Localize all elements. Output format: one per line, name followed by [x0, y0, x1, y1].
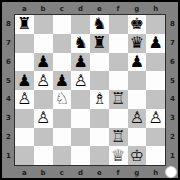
white-king-g1[interactable]: ♔	[130, 147, 144, 163]
white-queen-f1[interactable]: ♕	[111, 147, 125, 163]
square-d2[interactable]	[71, 128, 90, 147]
file-label-b: b	[34, 167, 53, 178]
square-g4[interactable]	[128, 90, 147, 109]
square-e1[interactable]	[90, 146, 109, 165]
file-label-g: g	[128, 167, 147, 178]
square-b2[interactable]	[34, 128, 53, 147]
square-a1[interactable]	[15, 146, 34, 165]
square-a6[interactable]	[15, 53, 34, 72]
square-g3[interactable]: ♙	[128, 109, 147, 128]
square-a7[interactable]	[15, 34, 34, 53]
file-label-e: e	[90, 167, 109, 178]
white-to-move-indicator	[165, 166, 177, 178]
square-e3[interactable]	[90, 109, 109, 128]
black-rook-a8[interactable]: ♜	[17, 16, 31, 32]
rank-label-8: 8	[3, 15, 14, 34]
square-a4[interactable]: ♙	[15, 90, 34, 109]
rank-label-8: 8	[167, 15, 178, 34]
square-a3[interactable]	[15, 109, 34, 128]
square-h3[interactable]: ♙	[146, 109, 165, 128]
rank-labels-left: 87654321	[3, 15, 14, 165]
square-f6[interactable]	[109, 53, 128, 72]
square-b4[interactable]	[34, 90, 53, 109]
rank-label-2: 2	[3, 128, 14, 147]
file-label-c: c	[53, 3, 72, 14]
white-pawn-b3[interactable]: ♙	[36, 110, 50, 126]
file-label-h: h	[146, 167, 165, 178]
square-b3[interactable]: ♙	[34, 109, 53, 128]
white-bishop-e4[interactable]: ♗	[92, 91, 106, 107]
file-labels-top: abcdefgh	[15, 3, 165, 14]
black-pawn-c5[interactable]: ♟	[55, 72, 69, 88]
file-label-h: h	[146, 3, 165, 14]
white-pawn-a4[interactable]: ♙	[17, 91, 31, 107]
file-label-e: e	[90, 3, 109, 14]
square-d8[interactable]	[71, 15, 90, 34]
square-g8[interactable]: ♚	[128, 15, 147, 34]
square-d6[interactable]: ♟	[71, 53, 90, 72]
square-b1[interactable]	[34, 146, 53, 165]
square-g6[interactable]: ♟	[128, 53, 147, 72]
rank-label-6: 6	[3, 53, 14, 72]
square-d7[interactable]: ♞	[71, 34, 90, 53]
file-label-b: b	[34, 3, 53, 14]
square-d1[interactable]	[71, 146, 90, 165]
black-pawn-d6[interactable]: ♟	[73, 53, 87, 69]
square-c8[interactable]	[53, 15, 72, 34]
square-a8[interactable]: ♜	[15, 15, 34, 34]
black-pawn-a5[interactable]: ♟	[17, 72, 31, 88]
square-c7[interactable]	[53, 34, 72, 53]
black-knight-e8[interactable]: ♞	[92, 16, 106, 32]
file-label-g: g	[128, 3, 147, 14]
square-g2[interactable]	[128, 128, 147, 147]
white-rook-f4[interactable]: ♖	[111, 91, 125, 107]
rank-label-4: 4	[167, 90, 178, 109]
square-d4[interactable]	[71, 90, 90, 109]
square-f8[interactable]	[109, 15, 128, 34]
square-d3[interactable]	[71, 109, 90, 128]
square-a2[interactable]	[15, 128, 34, 147]
square-g5[interactable]	[128, 71, 147, 90]
rank-label-7: 7	[3, 34, 14, 53]
black-pawn-h7[interactable]: ♟	[148, 35, 162, 51]
square-a5[interactable]: ♟	[15, 71, 34, 90]
square-e6[interactable]	[90, 53, 109, 72]
rank-label-3: 3	[3, 109, 14, 128]
file-label-c: c	[53, 167, 72, 178]
square-e8[interactable]: ♞	[90, 15, 109, 34]
file-label-a: a	[15, 167, 34, 178]
square-f7[interactable]	[109, 34, 128, 53]
rank-label-5: 5	[3, 71, 14, 90]
square-c1[interactable]	[53, 146, 72, 165]
square-e5[interactable]	[90, 71, 109, 90]
rank-label-3: 3	[167, 109, 178, 128]
rank-label-6: 6	[167, 53, 178, 72]
square-h1[interactable]	[146, 146, 165, 165]
square-b5[interactable]: ♙	[34, 71, 53, 90]
file-labels-bottom: abcdefgh	[15, 167, 165, 178]
black-rook-e7[interactable]: ♜	[92, 35, 106, 51]
square-b6[interactable]: ♟	[34, 53, 53, 72]
rank-label-2: 2	[167, 128, 178, 147]
chessboard: ♜♞♚♞♜♛♟♟♟♟♟♙♟♙♙♘♗♖♙♙♙♖♕♔	[14, 14, 166, 166]
rank-labels-right: 87654321	[167, 15, 178, 165]
square-h2[interactable]	[146, 128, 165, 147]
black-pawn-b6[interactable]: ♟	[36, 53, 50, 69]
square-c4[interactable]: ♘	[53, 90, 72, 109]
square-f2[interactable]: ♖	[109, 128, 128, 147]
file-label-a: a	[15, 3, 34, 14]
file-label-f: f	[109, 3, 128, 14]
square-f3[interactable]	[109, 109, 128, 128]
black-pawn-g6[interactable]: ♟	[130, 53, 144, 69]
rank-label-5: 5	[167, 71, 178, 90]
square-e4[interactable]: ♗	[90, 90, 109, 109]
square-h7[interactable]: ♟	[146, 34, 165, 53]
square-g7[interactable]: ♛	[128, 34, 147, 53]
rank-label-7: 7	[167, 34, 178, 53]
square-f1[interactable]: ♕	[109, 146, 128, 165]
square-h5[interactable]	[146, 71, 165, 90]
rank-label-1: 1	[3, 146, 14, 165]
square-c3[interactable]	[53, 109, 72, 128]
file-label-d: d	[71, 167, 90, 178]
square-d5[interactable]: ♙	[71, 71, 90, 90]
square-g1[interactable]: ♔	[128, 146, 147, 165]
square-c2[interactable]	[53, 128, 72, 147]
rank-label-1: 1	[167, 146, 178, 165]
white-pawn-d5[interactable]: ♙	[73, 72, 87, 88]
square-b7[interactable]	[34, 34, 53, 53]
square-e2[interactable]	[90, 128, 109, 147]
square-b8[interactable]	[34, 15, 53, 34]
black-knight-d7[interactable]: ♞	[73, 35, 87, 51]
white-rook-f2[interactable]: ♖	[111, 128, 125, 144]
square-e7[interactable]: ♜	[90, 34, 109, 53]
square-h8[interactable]	[146, 15, 165, 34]
black-queen-g7[interactable]: ♛	[130, 35, 144, 51]
rank-label-4: 4	[3, 90, 14, 109]
white-pawn-b5[interactable]: ♙	[36, 72, 50, 88]
square-f4[interactable]: ♖	[109, 90, 128, 109]
file-label-d: d	[71, 3, 90, 14]
white-pawn-h3[interactable]: ♙	[148, 110, 162, 126]
black-king-g8[interactable]: ♚	[130, 16, 144, 32]
square-c5[interactable]: ♟	[53, 71, 72, 90]
square-h6[interactable]	[146, 53, 165, 72]
square-f5[interactable]	[109, 71, 128, 90]
white-pawn-g3[interactable]: ♙	[130, 110, 144, 126]
white-knight-c4[interactable]: ♘	[55, 91, 69, 107]
chessboard-widget: abcdefgh abcdefgh 87654321 87654321 ♜♞♚♞…	[0, 0, 180, 180]
file-label-f: f	[109, 167, 128, 178]
square-c6[interactable]	[53, 53, 72, 72]
square-h4[interactable]	[146, 90, 165, 109]
